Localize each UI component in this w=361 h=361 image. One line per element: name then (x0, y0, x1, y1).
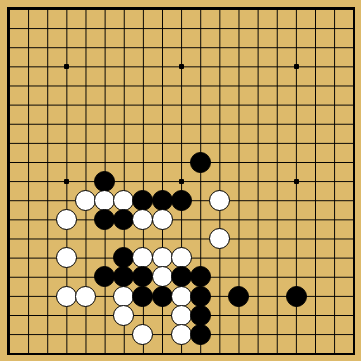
black-stone[interactable] (190, 305, 211, 326)
white-stone[interactable] (75, 286, 96, 307)
white-stone[interactable] (152, 266, 173, 287)
white-stone[interactable] (94, 190, 115, 211)
white-stone[interactable] (56, 286, 77, 307)
black-stone[interactable] (132, 286, 153, 307)
white-stone[interactable] (113, 305, 134, 326)
star-point (64, 64, 69, 69)
black-stone[interactable] (94, 171, 115, 192)
star-point (64, 179, 69, 184)
black-stone[interactable] (190, 152, 211, 173)
star-point (294, 64, 299, 69)
black-stone[interactable] (152, 190, 173, 211)
black-stone[interactable] (190, 286, 211, 307)
black-stone[interactable] (171, 190, 192, 211)
white-stone[interactable] (171, 324, 192, 345)
white-stone[interactable] (209, 190, 230, 211)
go-board-diagram (0, 0, 361, 361)
white-stone[interactable] (171, 305, 192, 326)
black-stone[interactable] (228, 286, 249, 307)
star-point (294, 179, 299, 184)
black-stone[interactable] (286, 286, 307, 307)
star-point (179, 64, 184, 69)
go-board[interactable] (0, 0, 361, 361)
black-stone[interactable] (152, 286, 173, 307)
white-stone[interactable] (113, 286, 134, 307)
black-stone[interactable] (190, 324, 211, 345)
white-stone[interactable] (75, 190, 96, 211)
star-point (179, 179, 184, 184)
white-stone[interactable] (152, 247, 173, 268)
white-stone[interactable] (171, 286, 192, 307)
white-stone[interactable] (56, 209, 77, 230)
white-stone[interactable] (152, 209, 173, 230)
white-stone[interactable] (171, 247, 192, 268)
